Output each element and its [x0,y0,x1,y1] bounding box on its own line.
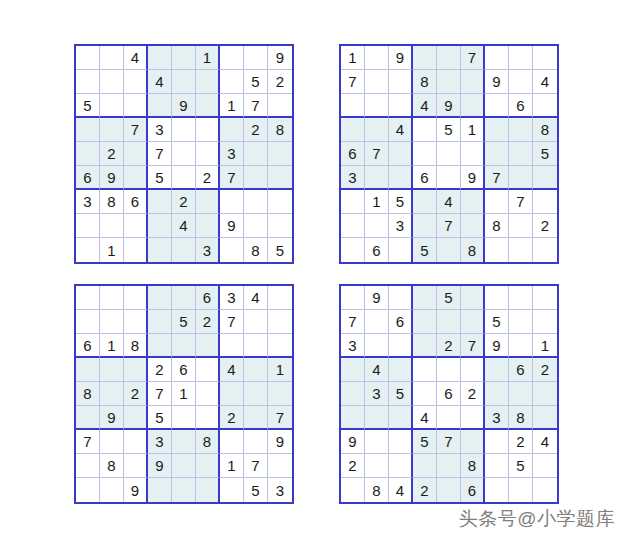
cell-r2c3 [124,310,148,334]
cell-r4c3: 7 [124,118,148,142]
cell-r1c5 [172,46,196,70]
cell-r3c4 [148,94,172,118]
cell-r3c5: 9 [437,94,461,118]
cell-r5c5 [437,142,461,166]
cell-r9c5 [172,238,196,262]
cell-r7c4: 3 [148,430,172,454]
cell-r6c5 [437,406,461,430]
cell-r7c2: 8 [100,190,124,214]
cell-r8c2 [365,454,389,478]
cell-r7c3 [389,430,413,454]
cell-r6c2: 9 [100,406,124,430]
cell-r6c4: 5 [148,406,172,430]
cell-r4c4: 2 [148,358,172,382]
cell-r2c4 [148,310,172,334]
cell-r1c1 [341,286,365,310]
cell-r9c6: 8 [461,238,485,262]
cell-r8c9 [268,214,292,238]
cell-r2c6 [196,70,220,94]
cell-r7c6 [196,190,220,214]
cell-r9c2 [100,478,124,502]
cell-r8c1 [76,454,100,478]
cell-r2c6: 2 [196,310,220,334]
cell-r2c8 [509,70,533,94]
cell-r5c6: 2 [461,382,485,406]
cell-r7c8: 7 [509,190,533,214]
cell-r2c3 [124,70,148,94]
cell-r6c5 [172,406,196,430]
cell-r1c3: 9 [389,46,413,70]
cell-r5c4 [413,142,437,166]
cell-r7c3: 6 [124,190,148,214]
cell-r7c6 [461,190,485,214]
cell-r4c6: 1 [461,118,485,142]
cell-r4c9: 8 [268,118,292,142]
cell-r3c9 [533,94,557,118]
cell-r2c3: 6 [389,310,413,334]
cell-r6c6: 2 [196,166,220,190]
cell-r5c8 [509,142,533,166]
cell-r4c2: 4 [365,358,389,382]
cell-r2c7 [220,70,244,94]
sudoku-board-bottom-left: 63452761826418271952773898917953 [74,284,294,504]
cell-r8c1 [341,214,365,238]
cell-r3c8 [509,334,533,358]
cell-r8c6 [461,214,485,238]
cell-r7c9: 4 [533,430,557,454]
cell-r1c3: 4 [124,46,148,70]
cell-r8c3: 3 [389,214,413,238]
cell-r4c8: 6 [509,358,533,382]
cell-r9c4: 2 [413,478,437,502]
cell-r3c1: 5 [76,94,100,118]
cell-r1c8 [509,286,533,310]
cell-r9c8 [509,478,533,502]
cell-r9c1 [76,238,100,262]
cell-r1c8 [244,46,268,70]
cell-r7c4 [148,190,172,214]
cell-r8c6 [196,214,220,238]
cell-r6c1 [76,406,100,430]
cell-r1c6 [461,286,485,310]
cell-r8c1 [76,214,100,238]
cell-r2c6 [461,310,485,334]
cell-r3c5 [172,334,196,358]
cell-r2c1: 7 [341,310,365,334]
cell-r9c4 [148,238,172,262]
cell-r5c1 [341,382,365,406]
cell-r8c8: 5 [509,454,533,478]
cell-r3c8 [244,334,268,358]
cell-r3c5: 9 [172,94,196,118]
cell-r8c4 [413,454,437,478]
cell-r7c9 [268,190,292,214]
cell-r3c7: 9 [485,334,509,358]
cell-r8c3 [124,454,148,478]
cell-r3c8: 6 [509,94,533,118]
cell-r6c8 [244,406,268,430]
cell-r7c3: 5 [389,190,413,214]
cell-r2c3 [389,70,413,94]
cell-r3c3 [124,94,148,118]
cell-r8c5 [172,454,196,478]
cell-r7c3 [124,430,148,454]
sudoku-worksheet-page: 41945259177328273695273862491385 1977894… [0,0,640,540]
cell-r4c3 [124,358,148,382]
cell-r5c2 [100,382,124,406]
cell-r5c9 [533,382,557,406]
cell-r3c6 [196,334,220,358]
sudoku-board-top-right: 19778944964518675369715473782658 [339,44,559,264]
cell-r1c9 [533,286,557,310]
cell-r1c4 [413,286,437,310]
cell-r9c4: 5 [413,238,437,262]
cell-r2c8 [509,310,533,334]
cell-r9c7 [485,238,509,262]
cell-r6c1 [341,406,365,430]
cell-r5c9: 5 [533,142,557,166]
cell-r9c9 [533,478,557,502]
cell-r6c9 [533,166,557,190]
cell-r4c4 [413,358,437,382]
cell-r5c8 [244,142,268,166]
cell-r6c2 [365,166,389,190]
cell-r7c5: 7 [437,430,461,454]
cell-r2c9: 2 [268,70,292,94]
cell-r5c8 [244,382,268,406]
cell-r6c6: 9 [461,166,485,190]
cell-r8c2 [100,214,124,238]
cell-r4c8 [244,358,268,382]
cell-r4c3: 4 [389,118,413,142]
cell-r6c7: 2 [220,406,244,430]
cell-r4c4: 3 [148,118,172,142]
cell-r7c9 [533,190,557,214]
cell-r3c9: 1 [533,334,557,358]
cell-r3c4 [413,334,437,358]
cell-r1c3 [124,286,148,310]
cell-r1c5 [437,46,461,70]
cell-r1c6: 6 [196,286,220,310]
cell-r5c6 [461,142,485,166]
cell-r4c6 [196,358,220,382]
cell-r9c7 [220,238,244,262]
cell-r8c7: 1 [220,454,244,478]
cell-r3c6 [461,94,485,118]
cell-r1c9: 9 [268,46,292,70]
cell-r1c6: 7 [461,46,485,70]
cell-r4c1 [76,358,100,382]
cell-r5c3: 5 [389,382,413,406]
cell-r8c7: 9 [220,214,244,238]
cell-r4c5 [437,358,461,382]
cell-r7c4: 5 [413,430,437,454]
cell-r3c6: 7 [461,334,485,358]
cell-r9c5 [437,478,461,502]
sudoku-board-top-left: 41945259177328273695273862491385 [74,44,294,264]
cell-r1c7 [485,286,509,310]
cell-r5c6 [196,142,220,166]
cell-r2c8: 5 [244,70,268,94]
cell-r3c7 [485,94,509,118]
cell-r9c5 [172,478,196,502]
cell-r9c3 [389,238,413,262]
cell-r2c2 [100,310,124,334]
cell-r5c1 [76,142,100,166]
cell-r6c7: 3 [485,406,509,430]
cell-r9c6: 3 [196,238,220,262]
cell-r5c3 [389,142,413,166]
cell-r8c9: 2 [533,214,557,238]
cell-r1c1: 1 [341,46,365,70]
cell-r8c6: 8 [461,454,485,478]
cell-r3c9 [268,94,292,118]
cell-r9c1 [76,478,100,502]
cell-r7c7 [220,190,244,214]
cell-r2c4: 8 [413,70,437,94]
cell-r9c7 [485,478,509,502]
cell-r1c1 [76,46,100,70]
cell-r1c7: 3 [220,286,244,310]
cell-r4c5 [172,118,196,142]
cell-r7c2 [100,430,124,454]
cell-r8c7 [485,454,509,478]
cell-r5c2: 2 [100,142,124,166]
watermark-text: 头条号@小学题库 [459,506,615,532]
cell-r4c2 [100,118,124,142]
cell-r4c4 [413,118,437,142]
cell-r4c1 [76,118,100,142]
cell-r4c1 [341,118,365,142]
cell-r9c9 [533,238,557,262]
cell-r9c3: 4 [389,478,413,502]
cell-r8c3 [124,214,148,238]
cell-r1c5 [172,286,196,310]
cell-r3c2 [100,94,124,118]
cell-r4c7 [485,118,509,142]
cell-r7c2: 1 [365,190,389,214]
cell-r8c4: 9 [148,454,172,478]
cell-r7c6 [461,430,485,454]
cell-r2c6 [461,70,485,94]
cell-r3c1: 6 [76,334,100,358]
cell-r3c1: 3 [341,334,365,358]
cell-r9c8 [509,238,533,262]
cell-r6c1: 6 [76,166,100,190]
cell-r6c8 [244,166,268,190]
cell-r3c4: 4 [413,94,437,118]
cell-r4c6 [461,358,485,382]
cell-r2c1: 7 [341,70,365,94]
cell-r6c5 [172,166,196,190]
cell-r6c3 [124,406,148,430]
cell-r9c3: 9 [124,478,148,502]
cell-r3c5: 2 [437,334,461,358]
cell-r4c6 [196,118,220,142]
cell-r2c5 [172,70,196,94]
cell-r4c5: 5 [437,118,461,142]
cell-r2c5: 5 [172,310,196,334]
cell-r8c2: 8 [100,454,124,478]
cell-r6c7: 7 [220,166,244,190]
cell-r3c2 [365,94,389,118]
cell-r8c4 [413,214,437,238]
cell-r6c7: 7 [485,166,509,190]
cell-r1c2 [100,286,124,310]
cell-r8c5: 7 [437,214,461,238]
sudoku-board-bottom-right: 95765327914623562438957242858426 [339,284,559,504]
cell-r8c1: 2 [341,454,365,478]
cell-r6c4: 4 [413,406,437,430]
cell-r8c9 [268,454,292,478]
cell-r7c8: 2 [509,430,533,454]
cell-r2c9 [268,310,292,334]
cell-r1c2: 9 [365,286,389,310]
cell-r5c5: 6 [437,382,461,406]
cell-r1c2 [365,46,389,70]
cell-r7c5: 2 [172,190,196,214]
cell-r3c8: 7 [244,94,268,118]
cell-r7c8 [244,190,268,214]
cell-r7c1 [341,190,365,214]
cell-r7c6: 8 [196,430,220,454]
cell-r5c4 [413,382,437,406]
cell-r6c6 [196,406,220,430]
cell-r9c4 [148,478,172,502]
cell-r8c4 [148,214,172,238]
cell-r6c4: 5 [148,166,172,190]
cell-r8c3 [389,454,413,478]
cell-r2c2 [365,310,389,334]
cell-r7c1: 3 [76,190,100,214]
cell-r5c9 [268,382,292,406]
cell-r9c2: 8 [365,478,389,502]
cell-r1c7 [220,46,244,70]
cell-r8c6 [196,454,220,478]
cell-r7c9: 9 [268,430,292,454]
cell-r6c9: 7 [268,406,292,430]
cell-r1c1 [76,286,100,310]
cell-r6c3 [124,166,148,190]
cell-r1c2 [100,46,124,70]
cell-r9c5 [437,238,461,262]
cell-r6c2 [365,406,389,430]
cell-r1c7 [485,46,509,70]
cell-r8c8 [244,214,268,238]
cell-r2c9: 4 [533,70,557,94]
cell-r9c7 [220,478,244,502]
cell-r8c9 [533,454,557,478]
cell-r1c4 [148,46,172,70]
cell-r2c1 [76,70,100,94]
cell-r5c7: 3 [220,142,244,166]
cell-r5c5 [172,142,196,166]
cell-r4c7 [485,358,509,382]
cell-r5c3: 2 [124,382,148,406]
cell-r8c8: 7 [244,454,268,478]
cell-r2c4 [413,310,437,334]
cell-r3c7: 1 [220,94,244,118]
cell-r5c4: 7 [148,382,172,406]
cell-r2c7: 5 [485,310,509,334]
cell-r2c5 [437,310,461,334]
cell-r5c3 [124,142,148,166]
cell-r5c7 [220,382,244,406]
cell-r5c2: 3 [365,382,389,406]
cell-r6c9 [533,406,557,430]
cell-r8c5: 4 [172,214,196,238]
cell-r6c6 [461,406,485,430]
cell-r4c9: 2 [533,358,557,382]
cell-r5c2: 7 [365,142,389,166]
cell-r3c3 [389,94,413,118]
cell-r7c5: 4 [437,190,461,214]
cell-r2c9 [533,310,557,334]
cell-r2c5 [437,70,461,94]
cell-r5c6 [196,382,220,406]
cell-r2c4: 4 [148,70,172,94]
cell-r9c6 [196,478,220,502]
cell-r5c8 [509,382,533,406]
cell-r1c4 [413,46,437,70]
cell-r4c1 [341,358,365,382]
cell-r4c2 [365,118,389,142]
cell-r6c8 [509,166,533,190]
cell-r5c1: 6 [341,142,365,166]
cell-r2c1 [76,310,100,334]
cell-r3c3: 8 [124,334,148,358]
cell-r5c1: 8 [76,382,100,406]
cell-r9c1 [341,478,365,502]
cell-r1c4 [148,286,172,310]
cell-r9c9: 5 [268,238,292,262]
cell-r9c2: 6 [365,238,389,262]
cell-r5c7 [485,382,509,406]
cell-r9c1 [341,238,365,262]
cell-r7c7 [485,430,509,454]
cell-r8c5 [437,454,461,478]
cell-r9c8: 8 [244,238,268,262]
cell-r9c9: 3 [268,478,292,502]
cell-r3c2: 1 [100,334,124,358]
cell-r6c1: 3 [341,166,365,190]
cell-r2c7: 7 [220,310,244,334]
cell-r7c5 [172,430,196,454]
cell-r4c9: 8 [533,118,557,142]
cell-r3c3 [389,334,413,358]
cell-r4c2 [100,358,124,382]
cell-r5c5: 1 [172,382,196,406]
cell-r8c7: 8 [485,214,509,238]
cell-r1c5: 5 [437,286,461,310]
cell-r2c2 [100,70,124,94]
cell-r6c3 [389,166,413,190]
cell-r6c2: 9 [100,166,124,190]
cell-r4c7 [220,118,244,142]
cell-r1c6: 1 [196,46,220,70]
cell-r6c9 [268,166,292,190]
cell-r7c7 [220,430,244,454]
cell-r6c5 [437,166,461,190]
cell-r6c3 [389,406,413,430]
cell-r2c8 [244,310,268,334]
cell-r4c8 [509,118,533,142]
cell-r7c4 [413,190,437,214]
cell-r9c2: 1 [100,238,124,262]
cell-r3c2 [365,334,389,358]
cell-r1c9 [268,286,292,310]
cell-r9c8: 5 [244,478,268,502]
